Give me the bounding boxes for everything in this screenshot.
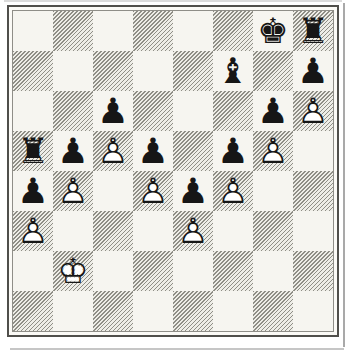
square-e2: [173, 251, 213, 291]
scan-shadow-right: [343, 3, 345, 347]
square-d8: [133, 11, 173, 51]
square-c6: ♟: [93, 91, 133, 131]
square-a7: [13, 51, 53, 91]
square-h6: ♟♙: [293, 91, 333, 131]
square-d4: ♟♙: [133, 171, 173, 211]
square-g1: [253, 291, 293, 331]
square-b7: [53, 51, 93, 91]
square-g4: [253, 171, 293, 211]
square-b2: ♚♔: [53, 251, 93, 291]
square-c3: [93, 211, 133, 251]
square-d5: ♟: [133, 131, 173, 171]
diagram-inner-frame: ♚♜♝♟♟♟♟♙♜♟♟♙♟♟♟♙♟♟♙♟♙♟♟♙♟♙♟♙♚♔: [12, 10, 334, 332]
square-a2: [13, 251, 53, 291]
piece-black-king: ♚: [253, 11, 293, 51]
square-a3: ♟♙: [13, 211, 53, 251]
piece-black-rook: ♜: [293, 11, 333, 51]
square-h1: [293, 291, 333, 331]
piece-white-pawn: ♟♙: [293, 91, 333, 131]
square-a1: [13, 291, 53, 331]
square-b6: [53, 91, 93, 131]
square-g7: [253, 51, 293, 91]
square-g6: ♟: [253, 91, 293, 131]
square-g3: [253, 211, 293, 251]
square-g5: ♟♙: [253, 131, 293, 171]
square-f8: [213, 11, 253, 51]
square-g8: ♚: [253, 11, 293, 51]
chess-board: ♚♜♝♟♟♟♟♙♜♟♟♙♟♟♟♙♟♟♙♟♙♟♟♙♟♙♟♙♚♔: [13, 11, 333, 331]
piece-white-pawn: ♟♙: [213, 171, 253, 211]
square-h7: ♟: [293, 51, 333, 91]
piece-black-pawn: ♟: [53, 131, 93, 171]
square-c4: [93, 171, 133, 211]
piece-black-rook: ♜: [13, 131, 53, 171]
square-a4: ♟: [13, 171, 53, 211]
square-e4: ♟: [173, 171, 213, 211]
square-b5: ♟: [53, 131, 93, 171]
square-g2: [253, 251, 293, 291]
square-f6: [213, 91, 253, 131]
square-h2: [293, 251, 333, 291]
piece-black-pawn: ♟: [173, 171, 213, 211]
square-b1: [53, 291, 93, 331]
square-a5: ♜: [13, 131, 53, 171]
piece-black-pawn: ♟: [213, 131, 253, 171]
square-c2: [93, 251, 133, 291]
square-f7: ♝: [213, 51, 253, 91]
piece-white-pawn: ♟♙: [253, 131, 293, 171]
scanned-page: ♚♜♝♟♟♟♟♙♜♟♟♙♟♟♟♙♟♟♙♟♙♟♟♙♟♙♟♙♚♔: [0, 0, 349, 353]
square-h3: [293, 211, 333, 251]
square-h5: [293, 131, 333, 171]
piece-black-pawn: ♟: [293, 51, 333, 91]
square-h4: [293, 171, 333, 211]
square-f3: [213, 211, 253, 251]
piece-black-pawn: ♟: [13, 171, 53, 211]
square-b3: [53, 211, 93, 251]
square-d7: [133, 51, 173, 91]
square-f2: [213, 251, 253, 291]
scan-shadow-bottom: [10, 348, 344, 350]
scan-shadow-top: [4, 0, 342, 2]
piece-white-pawn: ♟♙: [53, 171, 93, 211]
square-a8: [13, 11, 53, 51]
square-a6: [13, 91, 53, 131]
square-d1: [133, 291, 173, 331]
square-e8: [173, 11, 213, 51]
square-c1: [93, 291, 133, 331]
square-b8: [53, 11, 93, 51]
square-e1: [173, 291, 213, 331]
piece-black-pawn: ♟: [253, 91, 293, 131]
square-f5: ♟: [213, 131, 253, 171]
square-c8: [93, 11, 133, 51]
piece-black-pawn: ♟: [93, 91, 133, 131]
piece-white-pawn: ♟♙: [13, 211, 53, 251]
square-c5: ♟♙: [93, 131, 133, 171]
square-e3: ♟♙: [173, 211, 213, 251]
piece-white-pawn: ♟♙: [133, 171, 173, 211]
square-f4: ♟♙: [213, 171, 253, 211]
piece-white-pawn: ♟♙: [93, 131, 133, 171]
square-e5: [173, 131, 213, 171]
square-c7: [93, 51, 133, 91]
square-d6: [133, 91, 173, 131]
square-h8: ♜: [293, 11, 333, 51]
square-d3: [133, 211, 173, 251]
piece-black-bishop: ♝: [213, 51, 253, 91]
square-d2: [133, 251, 173, 291]
square-e6: [173, 91, 213, 131]
piece-black-pawn: ♟: [133, 131, 173, 171]
piece-white-pawn: ♟♙: [173, 211, 213, 251]
diagram-frame: ♚♜♝♟♟♟♟♙♜♟♟♙♟♟♟♙♟♟♙♟♙♟♟♙♟♙♟♙♚♔: [7, 5, 339, 337]
square-f1: [213, 291, 253, 331]
piece-white-king: ♚♔: [53, 251, 93, 291]
square-b4: ♟♙: [53, 171, 93, 211]
square-e7: [173, 51, 213, 91]
